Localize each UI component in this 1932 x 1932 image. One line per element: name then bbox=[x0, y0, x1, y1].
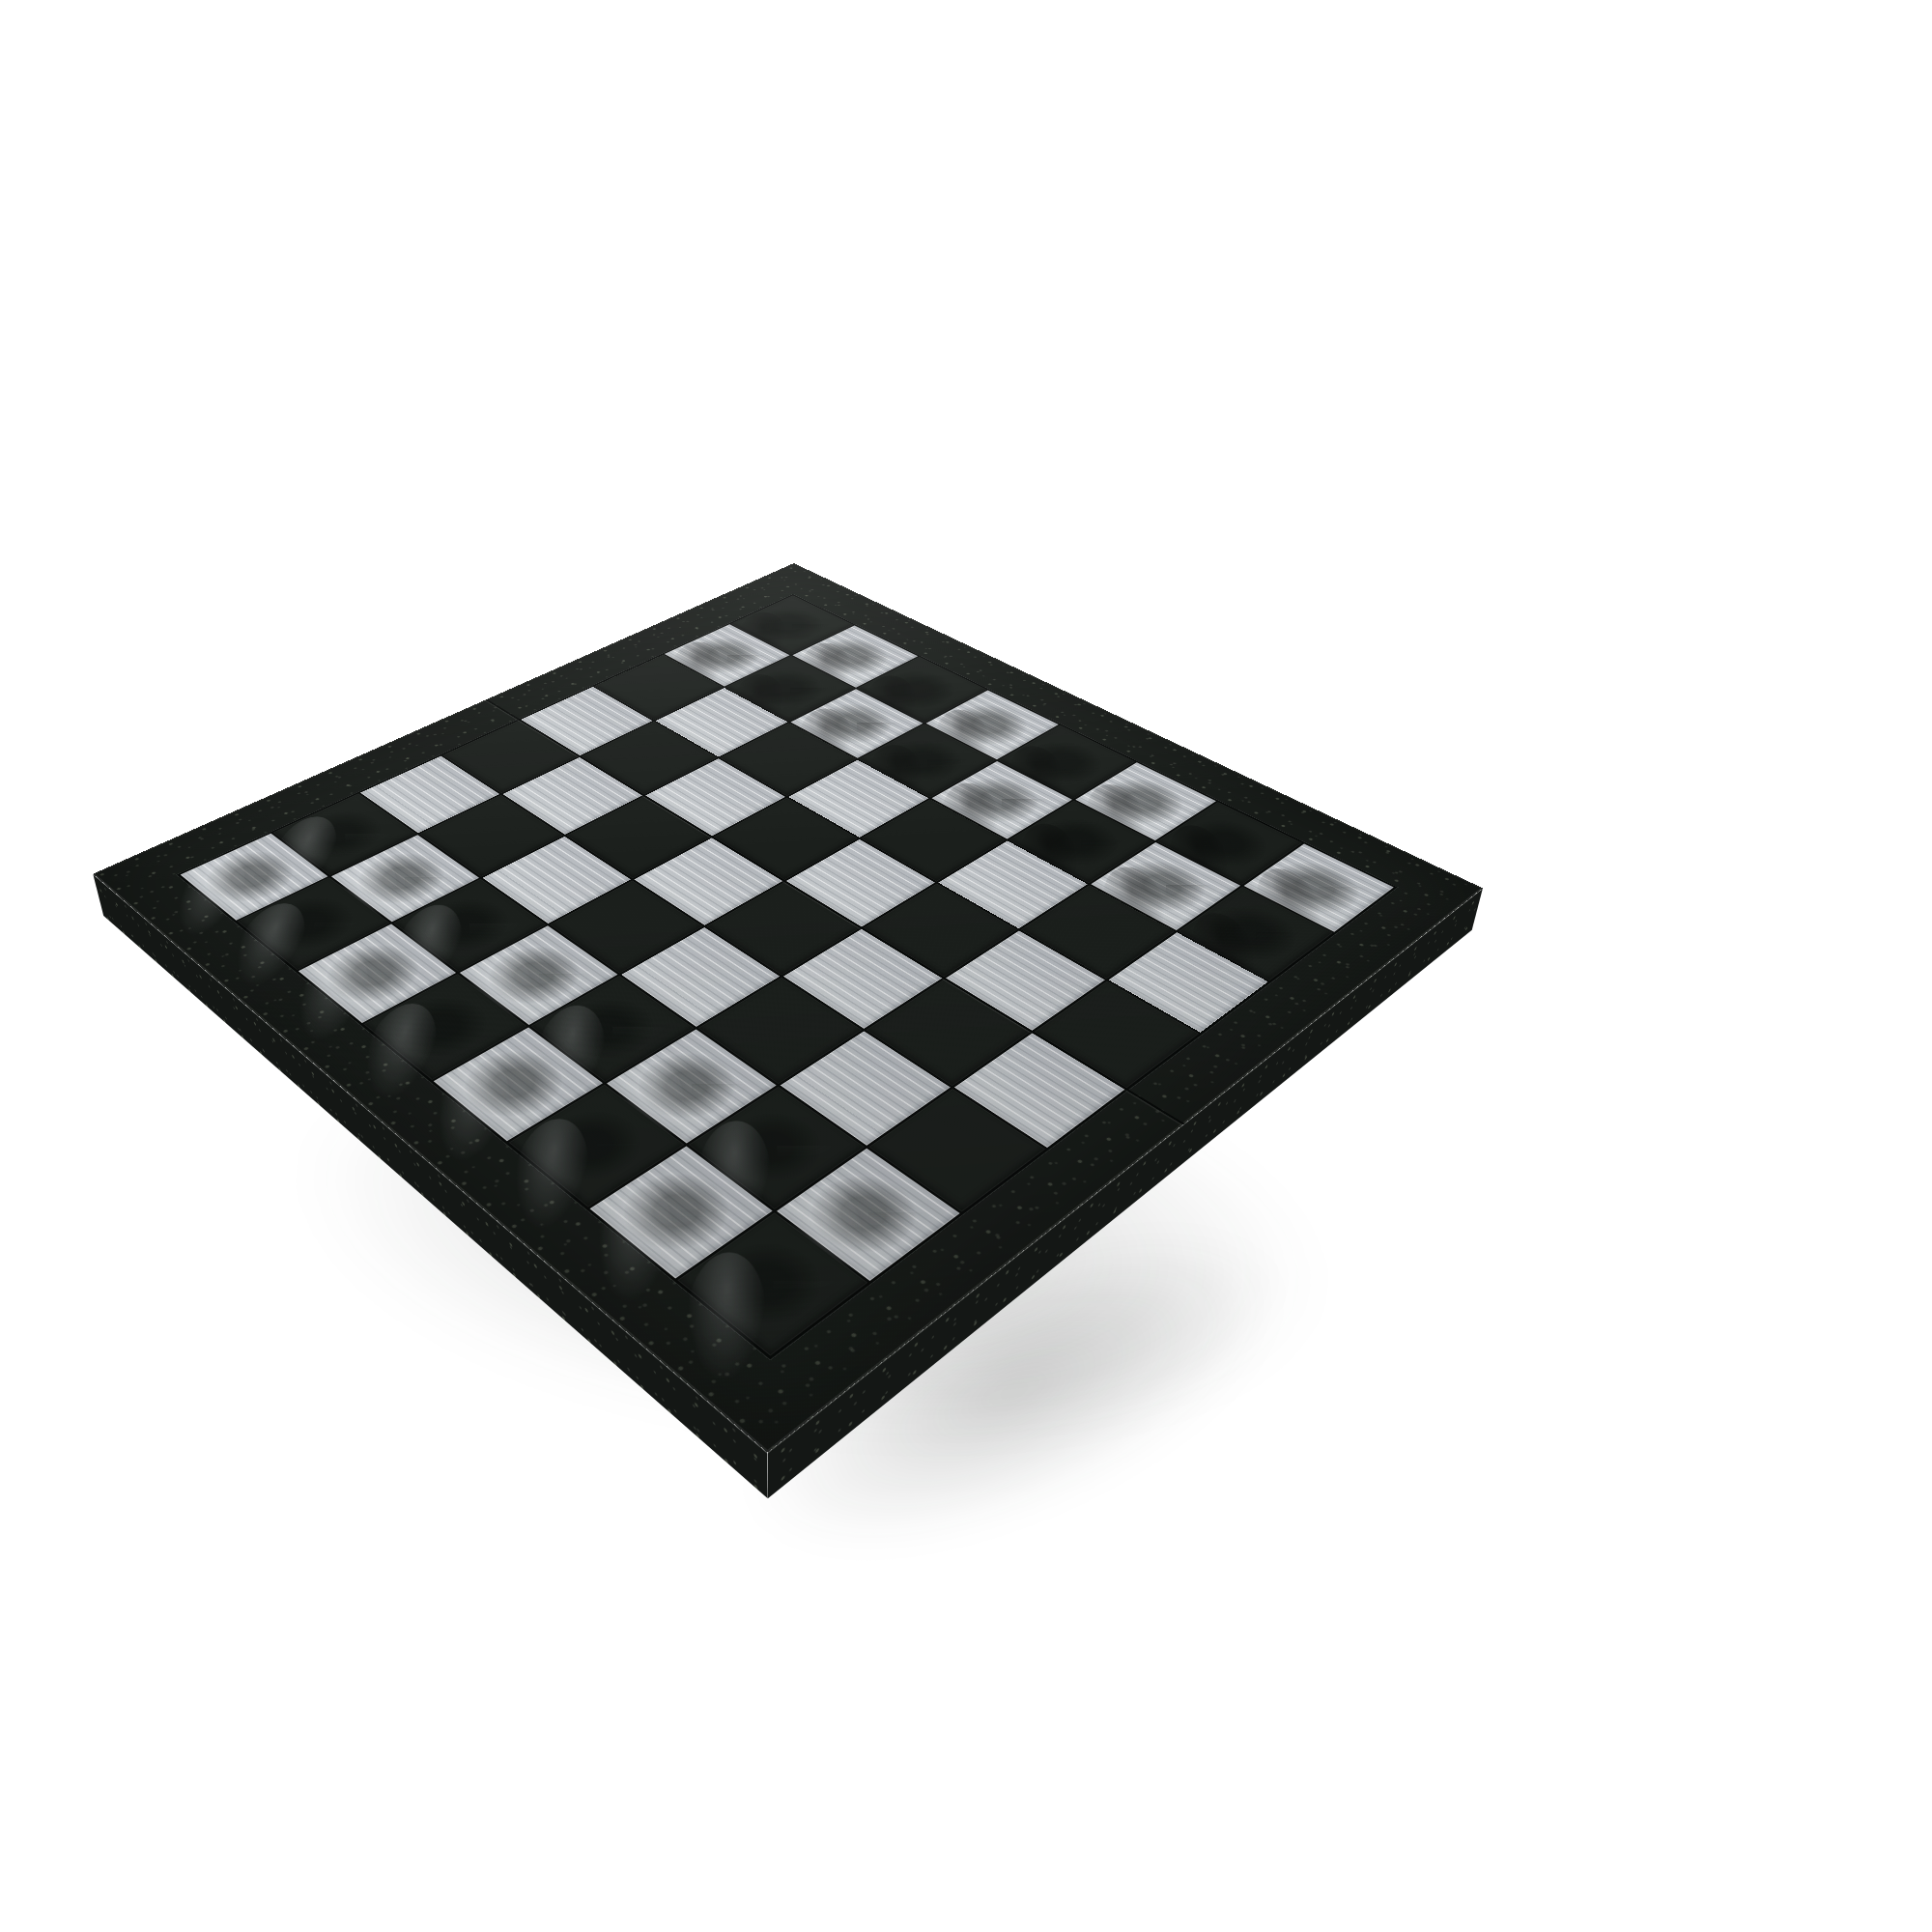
rook-glyph: ♜ bbox=[678, 1084, 867, 1294]
pawn-glyph: ♟ bbox=[1190, 796, 1321, 942]
square-a1[interactable]: ♜ bbox=[677, 1212, 867, 1355]
scene: ♜♞♝♚♛♝♞♜♟♟♟♟♟♟♟♟♟♟♟♟♟♟♟♟♜♞♝♚♛♝♞♜ bbox=[0, 0, 1932, 1932]
square-c5[interactable] bbox=[864, 884, 1017, 978]
